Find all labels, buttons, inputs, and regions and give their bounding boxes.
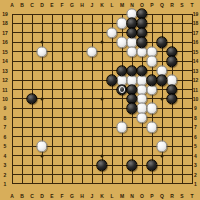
column-label-top: M <box>120 2 124 7</box>
row-label-right: 14 <box>193 59 199 64</box>
row-label-right: 1 <box>194 181 197 186</box>
black-stone-c10 <box>26 93 37 104</box>
row-label-left: 10 <box>2 96 8 101</box>
row-label-left: 16 <box>2 40 8 45</box>
hoshi-dot <box>41 154 44 157</box>
white-stone-m7 <box>116 122 127 133</box>
row-label-left: 18 <box>2 21 8 26</box>
column-label-bottom: Q <box>160 193 164 198</box>
column-label-top: D <box>40 2 44 7</box>
white-stone-d5 <box>36 141 47 152</box>
hoshi-dot <box>101 154 104 157</box>
column-label-top: R <box>170 2 174 7</box>
black-stone-r14 <box>166 56 177 67</box>
row-label-right: 17 <box>193 30 199 35</box>
row-label-right: 3 <box>194 163 197 168</box>
white-stone-o8 <box>136 112 147 123</box>
hoshi-dot <box>41 41 44 44</box>
row-label-left: 13 <box>2 68 8 73</box>
column-label-top: P <box>150 2 153 7</box>
black-stone-q16 <box>156 37 167 48</box>
black-stone-q12 <box>156 74 167 85</box>
column-label-bottom: N <box>130 193 134 198</box>
row-label-left: 6 <box>4 134 7 139</box>
grid-line-horizontal <box>12 117 193 118</box>
column-label-top: G <box>70 2 74 7</box>
row-label-right: 16 <box>193 40 199 45</box>
column-label-top: L <box>110 2 113 7</box>
row-label-left: 5 <box>4 144 7 149</box>
row-label-right: 9 <box>194 106 197 111</box>
row-label-right: 19 <box>193 12 199 17</box>
black-stone-r10 <box>166 93 177 104</box>
hoshi-dot <box>161 154 164 157</box>
row-label-left: 3 <box>4 163 7 168</box>
column-label-bottom: O <box>140 193 144 198</box>
grid-line-horizontal <box>12 136 193 137</box>
grid-line-horizontal <box>12 183 193 184</box>
column-label-top: Q <box>160 2 164 7</box>
row-label-right: 13 <box>193 68 199 73</box>
hoshi-dot <box>101 97 104 100</box>
row-label-left: 2 <box>4 172 7 177</box>
row-label-left: 15 <box>2 49 8 54</box>
column-label-bottom: A <box>10 193 14 198</box>
row-label-left: 17 <box>2 30 8 35</box>
black-stone-p3 <box>146 159 157 170</box>
black-stone-l12 <box>106 74 117 85</box>
row-label-right: 15 <box>193 49 199 54</box>
column-label-bottom: S <box>180 193 183 198</box>
hoshi-dot <box>101 41 104 44</box>
hoshi-dot <box>41 97 44 100</box>
row-label-right: 12 <box>193 78 199 83</box>
black-stone-n3 <box>126 159 137 170</box>
column-label-bottom: R <box>170 193 174 198</box>
grid-line-vertical <box>112 14 113 185</box>
column-label-top: N <box>130 2 134 7</box>
row-label-right: 7 <box>194 125 197 130</box>
black-stone-o16 <box>136 37 147 48</box>
column-label-top: F <box>60 2 63 7</box>
row-label-right: 6 <box>194 134 197 139</box>
row-label-right: 18 <box>193 21 199 26</box>
column-label-bottom: K <box>100 193 104 198</box>
go-board[interactable]: AABBCCDDEEFFGGHHJJKKLLMMNNOOPPQQRRSSTT19… <box>0 0 200 200</box>
grid-line-horizontal <box>12 108 193 109</box>
black-stone-n9 <box>126 103 137 114</box>
row-label-right: 10 <box>193 96 199 101</box>
column-label-top: B <box>20 2 24 7</box>
row-label-left: 8 <box>4 115 7 120</box>
row-label-right: 8 <box>194 115 197 120</box>
column-label-bottom: L <box>110 193 113 198</box>
column-label-top: J <box>91 2 94 7</box>
column-label-bottom: T <box>190 193 193 198</box>
column-label-bottom: P <box>150 193 153 198</box>
grid-line-horizontal <box>12 127 193 128</box>
row-label-left: 4 <box>4 153 7 158</box>
column-label-bottom: F <box>60 193 63 198</box>
column-label-bottom: B <box>20 193 24 198</box>
hoshi-dot <box>161 97 164 100</box>
column-label-bottom: M <box>120 193 124 198</box>
row-label-right: 4 <box>194 153 197 158</box>
column-label-top: E <box>50 2 53 7</box>
column-label-bottom: H <box>80 193 84 198</box>
column-label-top: A <box>10 2 14 7</box>
column-label-bottom: G <box>70 193 74 198</box>
column-label-top: T <box>190 2 193 7</box>
column-label-bottom: C <box>30 193 34 198</box>
column-label-bottom: D <box>40 193 44 198</box>
row-label-left: 19 <box>2 12 8 17</box>
white-stone-p11 <box>146 84 157 95</box>
column-label-top: S <box>180 2 183 7</box>
row-label-left: 14 <box>2 59 8 64</box>
row-label-right: 2 <box>194 172 197 177</box>
white-stone-d15 <box>36 46 47 57</box>
column-label-top: K <box>100 2 104 7</box>
row-label-left: 12 <box>2 78 8 83</box>
column-label-top: H <box>80 2 84 7</box>
row-label-right: 5 <box>194 144 197 149</box>
grid-line-horizontal <box>12 174 193 175</box>
white-stone-q5 <box>156 141 167 152</box>
column-label-top: O <box>140 2 144 7</box>
black-stone-k3 <box>96 159 107 170</box>
white-stone-l17 <box>106 27 117 38</box>
white-stone-j15 <box>86 46 97 57</box>
column-label-top: C <box>30 2 34 7</box>
row-label-left: 11 <box>2 87 7 92</box>
column-label-bottom: E <box>50 193 53 198</box>
row-label-left: 9 <box>4 106 7 111</box>
black-stone-o13 <box>136 65 147 76</box>
grid-line-vertical <box>182 14 183 185</box>
row-label-right: 11 <box>193 87 198 92</box>
row-label-left: 7 <box>4 125 7 130</box>
row-label-left: 1 <box>4 181 7 186</box>
white-stone-p7 <box>146 122 157 133</box>
white-stone-p9 <box>146 103 157 114</box>
column-label-bottom: J <box>91 193 94 198</box>
last-move-marker <box>119 86 126 93</box>
white-stone-p14 <box>146 56 157 67</box>
